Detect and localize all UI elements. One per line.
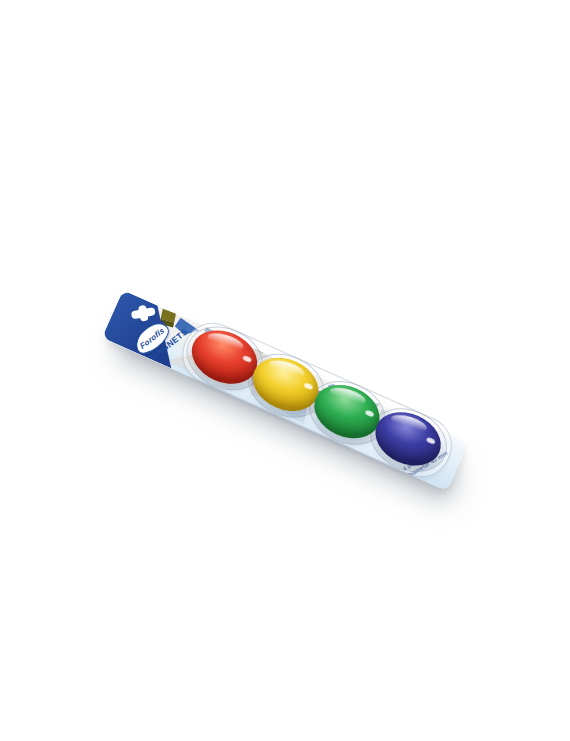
blister-card: Forofis MAGNETS 4 pcs Diameter 40 mm: [102, 290, 468, 491]
product-photo-scene: Forofis MAGNETS 4 pcs Diameter 40 mm: [0, 0, 570, 741]
euro-hang-hole: [131, 307, 156, 319]
